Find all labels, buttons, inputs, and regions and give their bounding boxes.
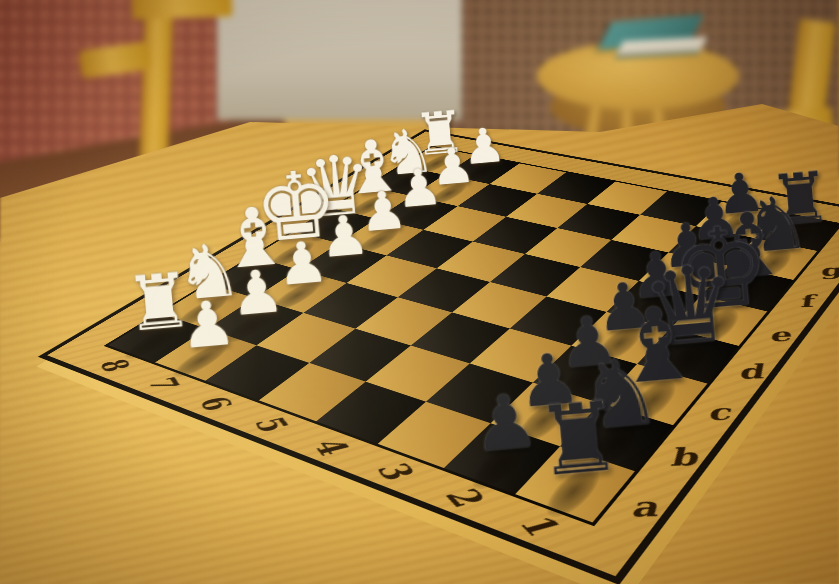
piece-shadow: [536, 463, 609, 523]
piece-shadow: [218, 308, 284, 345]
piece-shadow: [551, 358, 614, 403]
piece-shadow: [657, 340, 716, 384]
piece-shadow: [721, 275, 773, 311]
piece-shadow: [166, 340, 236, 381]
armchair-left-bar: [132, 0, 233, 20]
piece-shadow: [690, 306, 746, 346]
black-pawn: ♟: [473, 263, 619, 420]
piece-shadow: [581, 418, 649, 472]
piece-shadow: [621, 377, 684, 425]
armchair-backrest: [217, 0, 462, 120]
piece-shadow: [117, 324, 187, 363]
piece-shadow: [463, 438, 536, 494]
chess-scene: 87654321abcdefgh ♜♞♝♚♛♝♞♜♟♟♟♟♟♟♟♟♟♟♟♟♟♟♟…: [0, 0, 839, 584]
piece-shadow: [625, 291, 681, 329]
piece-shadow: [509, 396, 577, 446]
black-pawn: ♟: [425, 299, 579, 464]
piece-shadow: [590, 323, 649, 364]
